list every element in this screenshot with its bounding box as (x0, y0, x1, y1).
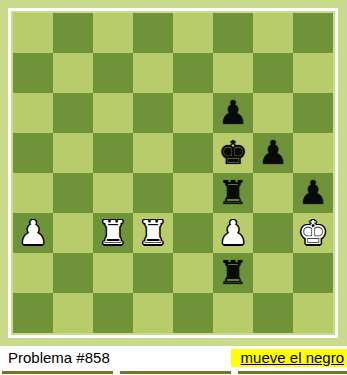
piece-black-pawn[interactable]: ♟ (298, 173, 328, 213)
square-g3[interactable] (253, 213, 293, 253)
square-h3[interactable]: ♚ (293, 213, 333, 253)
square-c1[interactable] (93, 293, 133, 333)
square-h6[interactable] (293, 93, 333, 133)
problem-number-label: Problema #858 (8, 349, 110, 366)
bottom-rule-right (238, 371, 347, 374)
chess-problem-page: ♟♚♟♜♟♟♜♜♟♚♜ Problema #858 mueve el negro (0, 0, 347, 375)
square-f4[interactable]: ♜ (213, 173, 253, 213)
square-b2[interactable] (53, 253, 93, 293)
square-a3[interactable]: ♟ (13, 213, 53, 253)
square-b5[interactable] (53, 133, 93, 173)
piece-black-rook[interactable]: ♜ (218, 173, 248, 213)
square-b4[interactable] (53, 173, 93, 213)
square-e8[interactable] (173, 13, 213, 53)
square-c2[interactable] (93, 253, 133, 293)
square-f3[interactable]: ♟ (213, 213, 253, 253)
square-d4[interactable] (133, 173, 173, 213)
square-h5[interactable] (293, 133, 333, 173)
square-c8[interactable] (93, 13, 133, 53)
square-g1[interactable] (253, 293, 293, 333)
square-g6[interactable] (253, 93, 293, 133)
square-d8[interactable] (133, 13, 173, 53)
piece-white-pawn[interactable]: ♟ (18, 213, 48, 253)
square-d5[interactable] (133, 133, 173, 173)
square-d6[interactable] (133, 93, 173, 133)
square-h4[interactable]: ♟ (293, 173, 333, 213)
square-f7[interactable] (213, 53, 253, 93)
square-a8[interactable] (13, 13, 53, 53)
square-c7[interactable] (93, 53, 133, 93)
square-e6[interactable] (173, 93, 213, 133)
piece-black-rook[interactable]: ♜ (218, 253, 248, 293)
square-e7[interactable] (173, 53, 213, 93)
square-a5[interactable] (13, 133, 53, 173)
square-f6[interactable]: ♟ (213, 93, 253, 133)
square-b6[interactable] (53, 93, 93, 133)
square-a4[interactable] (13, 173, 53, 213)
square-a1[interactable] (13, 293, 53, 333)
square-f1[interactable] (213, 293, 253, 333)
square-e5[interactable] (173, 133, 213, 173)
square-a2[interactable] (13, 253, 53, 293)
piece-white-rook[interactable]: ♜ (138, 213, 168, 253)
square-c3[interactable]: ♜ (93, 213, 133, 253)
square-g5[interactable]: ♟ (253, 133, 293, 173)
piece-black-king[interactable]: ♚ (218, 133, 248, 173)
square-b1[interactable] (53, 293, 93, 333)
square-e1[interactable] (173, 293, 213, 333)
bottom-rule-center (120, 371, 231, 374)
side-to-move-link[interactable]: mueve el negro (231, 349, 347, 367)
square-e3[interactable] (173, 213, 213, 253)
square-h2[interactable] (293, 253, 333, 293)
chess-board: ♟♚♟♜♟♟♜♜♟♚♜ (13, 13, 333, 333)
square-d7[interactable] (133, 53, 173, 93)
square-b3[interactable] (53, 213, 93, 253)
square-a6[interactable] (13, 93, 53, 133)
square-e2[interactable] (173, 253, 213, 293)
square-e4[interactable] (173, 173, 213, 213)
square-f8[interactable] (213, 13, 253, 53)
piece-white-rook[interactable]: ♜ (98, 213, 128, 253)
piece-black-pawn[interactable]: ♟ (218, 93, 248, 133)
square-d2[interactable] (133, 253, 173, 293)
square-b7[interactable] (53, 53, 93, 93)
square-g7[interactable] (253, 53, 293, 93)
square-g2[interactable] (253, 253, 293, 293)
piece-black-pawn[interactable]: ♟ (258, 133, 288, 173)
square-b8[interactable] (53, 13, 93, 53)
square-d3[interactable]: ♜ (133, 213, 173, 253)
square-d1[interactable] (133, 293, 173, 333)
square-g4[interactable] (253, 173, 293, 213)
square-c5[interactable] (93, 133, 133, 173)
board-inner-border: ♟♚♟♜♟♟♜♜♟♚♜ (8, 8, 338, 338)
bottom-rule-left (2, 371, 113, 374)
square-f5[interactable]: ♚ (213, 133, 253, 173)
piece-white-pawn[interactable]: ♟ (218, 213, 248, 253)
square-h7[interactable] (293, 53, 333, 93)
square-c6[interactable] (93, 93, 133, 133)
square-c4[interactable] (93, 173, 133, 213)
piece-white-king[interactable]: ♚ (298, 213, 328, 253)
caption-bar: Problema #858 mueve el negro (0, 346, 347, 375)
square-a7[interactable] (13, 53, 53, 93)
square-h8[interactable] (293, 13, 333, 53)
square-g8[interactable] (253, 13, 293, 53)
square-f2[interactable]: ♜ (213, 253, 253, 293)
board-frame: ♟♚♟♜♟♟♜♜♟♚♜ (0, 0, 347, 346)
square-h1[interactable] (293, 293, 333, 333)
